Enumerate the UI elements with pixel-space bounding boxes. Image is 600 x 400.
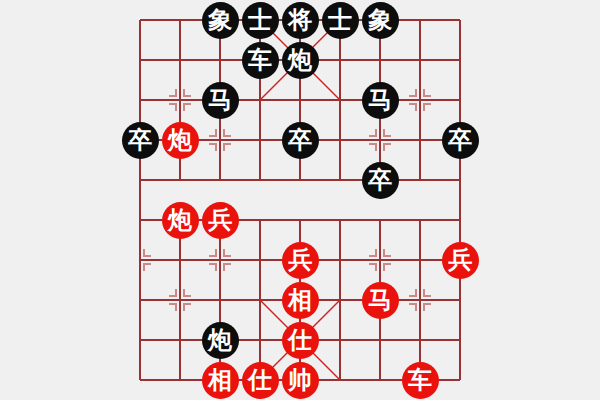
board-point[interactable]: 炮 (160, 120, 200, 160)
board-point[interactable] (120, 160, 160, 200)
piece-red-elephant[interactable]: 相 (202, 362, 239, 399)
board-point[interactable]: 马 (200, 80, 240, 120)
board-point[interactable] (320, 280, 360, 320)
board-point[interactable]: 帅 (280, 360, 320, 400)
board-point[interactable] (120, 80, 160, 120)
board-point[interactable] (240, 160, 280, 200)
board-point[interactable]: 马 (360, 280, 400, 320)
board-point[interactable] (240, 320, 280, 360)
piece-red-advisor[interactable]: 仕 (242, 362, 279, 399)
board-point[interactable] (440, 0, 480, 40)
board-point[interactable]: 炮 (280, 40, 320, 80)
board-point[interactable] (360, 120, 400, 160)
board-point[interactable] (360, 40, 400, 80)
board-point[interactable]: 兵 (280, 240, 320, 280)
board-point[interactable] (120, 200, 160, 240)
piece-black-elephant[interactable]: 象 (362, 2, 399, 39)
board-point[interactable] (360, 360, 400, 400)
piece-black-cannon[interactable]: 炮 (282, 42, 319, 79)
board-point[interactable] (160, 0, 200, 40)
board-point[interactable] (400, 40, 440, 80)
board-point[interactable]: 卒 (280, 120, 320, 160)
xiangqi-board-grid: 象士将士象车炮马马卒炮卒卒卒炮兵兵兵相马炮仕相仕帅车 (120, 0, 480, 400)
board-point[interactable] (400, 240, 440, 280)
board-point[interactable] (200, 280, 240, 320)
piece-red-advisor[interactable]: 仕 (282, 322, 319, 359)
board-point[interactable] (400, 120, 440, 160)
board-point[interactable]: 相 (280, 280, 320, 320)
board-point[interactable] (160, 320, 200, 360)
board-point[interactable] (440, 200, 480, 240)
board-point[interactable] (160, 280, 200, 320)
board-point[interactable] (120, 0, 160, 40)
board-point[interactable] (400, 280, 440, 320)
piece-red-soldier[interactable]: 兵 (202, 202, 239, 239)
board-point[interactable] (200, 40, 240, 80)
board-point[interactable] (400, 0, 440, 40)
board-point[interactable] (320, 80, 360, 120)
board-point[interactable]: 士 (240, 0, 280, 40)
piece-black-chariot[interactable]: 车 (242, 42, 279, 79)
board-point[interactable] (240, 280, 280, 320)
board-point[interactable] (280, 80, 320, 120)
board-point[interactable] (320, 320, 360, 360)
board-point[interactable]: 车 (240, 40, 280, 80)
board-point[interactable] (120, 280, 160, 320)
board-point[interactable] (240, 120, 280, 160)
board-point[interactable] (320, 360, 360, 400)
board-point[interactable] (320, 120, 360, 160)
board-point[interactable]: 仕 (240, 360, 280, 400)
board-point[interactable] (360, 320, 400, 360)
board-point[interactable] (320, 40, 360, 80)
piece-black-horse[interactable]: 马 (362, 82, 399, 119)
board-point[interactable] (160, 240, 200, 280)
board-point[interactable] (200, 240, 240, 280)
board-point[interactable] (160, 360, 200, 400)
board-point[interactable]: 车 (400, 360, 440, 400)
piece-red-horse[interactable]: 马 (362, 282, 399, 319)
piece-red-soldier[interactable]: 兵 (282, 242, 319, 279)
board-point[interactable] (280, 160, 320, 200)
board-point[interactable] (320, 200, 360, 240)
board-point[interactable] (440, 160, 480, 200)
board-point[interactable] (240, 200, 280, 240)
piece-red-cannon[interactable]: 炮 (162, 122, 199, 159)
board-point[interactable] (440, 80, 480, 120)
board-point[interactable]: 卒 (440, 120, 480, 160)
board-point[interactable] (360, 240, 400, 280)
piece-black-advisor[interactable]: 士 (322, 2, 359, 39)
piece-black-general[interactable]: 将 (282, 2, 319, 39)
piece-black-elephant[interactable]: 象 (202, 2, 239, 39)
piece-red-cannon[interactable]: 炮 (162, 202, 199, 239)
board-point[interactable] (120, 360, 160, 400)
board-point[interactable] (240, 240, 280, 280)
board-point[interactable]: 象 (360, 0, 400, 40)
piece-black-advisor[interactable]: 士 (242, 2, 279, 39)
board-point[interactable] (400, 200, 440, 240)
board-point[interactable] (120, 320, 160, 360)
board-point[interactable]: 马 (360, 80, 400, 120)
piece-black-cannon[interactable]: 炮 (202, 322, 239, 359)
piece-red-general[interactable]: 帅 (282, 362, 319, 399)
board-point[interactable]: 炮 (200, 320, 240, 360)
board-point[interactable] (440, 360, 480, 400)
piece-red-elephant[interactable]: 相 (282, 282, 319, 319)
board-point[interactable]: 相 (200, 360, 240, 400)
board-point[interactable]: 卒 (360, 160, 400, 200)
board-point[interactable] (200, 160, 240, 200)
board-point[interactable] (320, 240, 360, 280)
board-point[interactable] (360, 200, 400, 240)
xiangqi-app: 象士将士象车炮马马卒炮卒卒卒炮兵兵兵相马炮仕相仕帅车 (0, 0, 600, 400)
piece-black-soldier[interactable]: 卒 (362, 162, 399, 199)
board-point[interactable] (120, 40, 160, 80)
board-point[interactable]: 将 (280, 0, 320, 40)
board-point[interactable]: 卒 (120, 120, 160, 160)
board-point[interactable]: 象 (200, 0, 240, 40)
board-point[interactable] (400, 320, 440, 360)
board-point[interactable] (160, 40, 200, 80)
board-point[interactable] (280, 200, 320, 240)
piece-black-soldier[interactable]: 卒 (442, 122, 479, 159)
board-point[interactable]: 仕 (280, 320, 320, 360)
board-point[interactable] (440, 280, 480, 320)
board-point[interactable]: 兵 (440, 240, 480, 280)
board-point[interactable]: 炮 (160, 200, 200, 240)
board-point[interactable] (320, 160, 360, 200)
piece-black-horse[interactable]: 马 (202, 82, 239, 119)
piece-black-soldier[interactable]: 卒 (122, 122, 159, 159)
board-point[interactable] (120, 240, 160, 280)
board-point[interactable] (440, 40, 480, 80)
board-point[interactable] (200, 120, 240, 160)
piece-black-soldier[interactable]: 卒 (282, 122, 319, 159)
board-point[interactable] (400, 80, 440, 120)
board-point[interactable]: 士 (320, 0, 360, 40)
board-point[interactable] (160, 160, 200, 200)
board-point[interactable]: 兵 (200, 200, 240, 240)
piece-red-chariot[interactable]: 车 (402, 362, 439, 399)
board-point[interactable] (240, 80, 280, 120)
board-point[interactable] (440, 320, 480, 360)
board-point[interactable] (160, 80, 200, 120)
board-point[interactable] (400, 160, 440, 200)
piece-red-soldier[interactable]: 兵 (442, 242, 479, 279)
